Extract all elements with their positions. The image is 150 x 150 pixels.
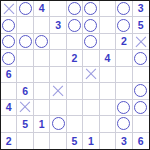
cell-r3c8[interactable] xyxy=(133,50,149,66)
given-number: 4 xyxy=(104,53,110,64)
cell-r3c4: 2 xyxy=(67,50,83,66)
cell-r7c1: 5 xyxy=(17,116,33,132)
cell-r4c1[interactable] xyxy=(17,67,33,83)
cell-r8c6[interactable] xyxy=(100,133,116,149)
cell-r5c1: 6 xyxy=(17,83,33,99)
cell-r0c7[interactable] xyxy=(116,1,132,17)
cross-mark xyxy=(19,101,31,113)
given-number: 1 xyxy=(39,119,45,130)
circle-mark xyxy=(84,2,97,15)
cell-r4c0: 6 xyxy=(1,67,17,83)
cell-r8c2[interactable] xyxy=(34,133,50,149)
cell-r8c8: 6 xyxy=(133,133,149,149)
cell-r2c2[interactable] xyxy=(34,34,50,50)
cell-r1c8: 5 xyxy=(133,17,149,33)
puzzle-board: 43352246645125136 xyxy=(0,0,150,150)
cell-r6c6[interactable] xyxy=(100,100,116,116)
cell-r5c0[interactable] xyxy=(1,83,17,99)
cell-r7c8[interactable] xyxy=(133,116,149,132)
cell-r7c6[interactable] xyxy=(100,116,116,132)
cell-r6c4[interactable] xyxy=(67,100,83,116)
cell-r2c7: 2 xyxy=(116,34,132,50)
circle-mark xyxy=(2,19,15,32)
cell-r6c1[interactable] xyxy=(17,100,33,116)
cell-r8c7: 3 xyxy=(116,133,132,149)
cell-r0c8: 3 xyxy=(133,1,149,17)
given-number: 2 xyxy=(121,36,127,47)
cell-r8c0: 2 xyxy=(1,133,17,149)
cell-r8c4: 5 xyxy=(67,133,83,149)
circle-mark xyxy=(52,117,65,130)
cell-r5c5[interactable] xyxy=(83,83,99,99)
cell-r2c5[interactable] xyxy=(83,34,99,50)
cell-r7c0[interactable] xyxy=(1,116,17,132)
given-number: 3 xyxy=(55,20,61,31)
cross-mark xyxy=(135,36,147,48)
cell-r1c6[interactable] xyxy=(100,17,116,33)
cell-r1c1[interactable] xyxy=(17,17,33,33)
given-number: 5 xyxy=(138,20,144,31)
cell-r3c2[interactable] xyxy=(34,50,50,66)
cell-r6c0: 4 xyxy=(1,100,17,116)
cell-r3c3[interactable] xyxy=(50,50,66,66)
given-number: 2 xyxy=(72,53,78,64)
cell-r0c3[interactable] xyxy=(50,1,66,17)
cell-r0c6[interactable] xyxy=(100,1,116,17)
cell-r0c4[interactable] xyxy=(67,1,83,17)
cell-r2c0[interactable] xyxy=(1,34,17,50)
cell-r0c5[interactable] xyxy=(83,1,99,17)
cell-r5c4[interactable] xyxy=(67,83,83,99)
given-number: 4 xyxy=(39,3,45,14)
cell-r4c3[interactable] xyxy=(50,67,66,83)
cell-r4c5[interactable] xyxy=(83,67,99,83)
cross-mark xyxy=(3,3,15,15)
cell-r4c2[interactable] xyxy=(34,67,50,83)
circle-mark xyxy=(134,52,147,65)
cell-r7c2: 1 xyxy=(34,116,50,132)
cell-r3c6: 4 xyxy=(100,50,116,66)
given-number: 6 xyxy=(138,136,144,147)
given-number: 2 xyxy=(6,136,12,147)
cell-r1c2[interactable] xyxy=(34,17,50,33)
given-number: 6 xyxy=(6,69,12,80)
circle-mark xyxy=(84,19,97,32)
given-number: 6 xyxy=(22,86,28,97)
cell-r6c2[interactable] xyxy=(34,100,50,116)
cell-r5c7[interactable] xyxy=(116,83,132,99)
cross-mark xyxy=(85,68,97,80)
cell-r3c1[interactable] xyxy=(17,50,33,66)
cell-r2c1[interactable] xyxy=(17,34,33,50)
cell-r1c0[interactable] xyxy=(1,17,17,33)
given-number: 1 xyxy=(88,136,94,147)
given-number: 5 xyxy=(22,119,28,130)
cell-r7c7[interactable] xyxy=(116,116,132,132)
cell-r7c5[interactable] xyxy=(83,116,99,132)
cell-r4c7[interactable] xyxy=(116,67,132,83)
cell-r2c8[interactable] xyxy=(133,34,149,50)
cell-r0c0[interactable] xyxy=(1,1,17,17)
cell-r6c7[interactable] xyxy=(116,100,132,116)
cell-r0c1[interactable] xyxy=(17,1,33,17)
cell-r1c5[interactable] xyxy=(83,17,99,33)
circle-mark xyxy=(2,52,15,65)
circle-mark xyxy=(68,19,81,32)
cell-r1c3: 3 xyxy=(50,17,66,33)
cell-r6c3[interactable] xyxy=(50,100,66,116)
given-number: 4 xyxy=(6,102,12,113)
cell-r5c6[interactable] xyxy=(100,83,116,99)
cell-r5c2[interactable] xyxy=(34,83,50,99)
cell-r7c3[interactable] xyxy=(50,116,66,132)
cell-r8c5: 1 xyxy=(83,133,99,149)
circle-mark xyxy=(117,19,130,32)
circle-mark xyxy=(117,117,130,130)
cell-r1c4[interactable] xyxy=(67,17,83,33)
cell-r3c7[interactable] xyxy=(116,50,132,66)
cell-r3c5[interactable] xyxy=(83,50,99,66)
circle-mark xyxy=(2,35,15,48)
cell-r5c3[interactable] xyxy=(50,83,66,99)
circle-mark xyxy=(35,35,48,48)
cell-r2c6[interactable] xyxy=(100,34,116,50)
cell-r8c1[interactable] xyxy=(17,133,33,149)
circle-mark xyxy=(84,35,97,48)
cell-r2c4[interactable] xyxy=(67,34,83,50)
cross-mark xyxy=(52,85,64,97)
circle-mark xyxy=(68,2,81,15)
cell-r6c5[interactable] xyxy=(83,100,99,116)
cell-r1c7[interactable] xyxy=(116,17,132,33)
circle-mark xyxy=(117,2,130,15)
circle-mark xyxy=(19,2,32,15)
cell-r4c8[interactable] xyxy=(133,67,149,83)
cell-r0c2: 4 xyxy=(34,1,50,17)
cell-r5c8[interactable] xyxy=(133,83,149,99)
circle-mark xyxy=(117,101,130,114)
circle-mark xyxy=(19,35,32,48)
given-number: 5 xyxy=(72,136,78,147)
cell-r8c3[interactable] xyxy=(50,133,66,149)
cell-r4c6[interactable] xyxy=(100,67,116,83)
cell-r4c4[interactable] xyxy=(67,67,83,83)
given-number: 3 xyxy=(138,3,144,14)
cell-r7c4[interactable] xyxy=(67,116,83,132)
circle-mark xyxy=(134,84,147,97)
cell-r3c0[interactable] xyxy=(1,50,17,66)
circle-mark xyxy=(134,101,147,114)
given-number: 3 xyxy=(121,136,127,147)
cell-r6c8[interactable] xyxy=(133,100,149,116)
cell-r2c3[interactable] xyxy=(50,34,66,50)
